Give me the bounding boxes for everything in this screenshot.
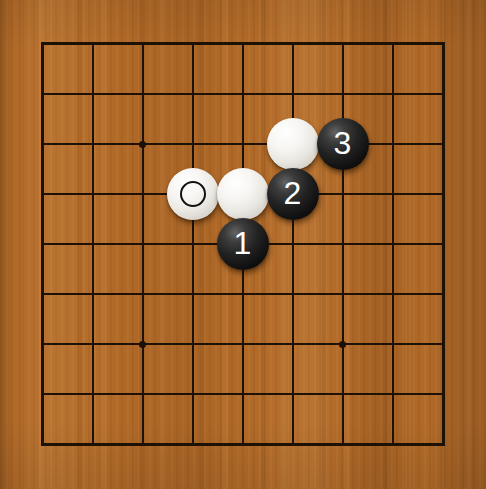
black-stone: 1	[217, 218, 269, 270]
star-point-dot	[339, 341, 346, 348]
board-point-F7	[268, 119, 318, 169]
star-point	[318, 319, 368, 369]
star-point-dot	[139, 341, 146, 348]
board-point-D6	[168, 169, 218, 219]
move-number-label: 3	[334, 127, 352, 161]
board-point-E6	[218, 169, 268, 219]
star-point-dot	[139, 141, 146, 148]
white-stone	[267, 118, 319, 170]
white-stone	[167, 168, 219, 220]
move-number-label: 1	[234, 227, 252, 261]
board-point-E5: 1	[218, 219, 268, 269]
black-stone: 2	[267, 168, 319, 220]
star-point	[118, 119, 168, 169]
white-stone	[217, 168, 269, 220]
board-point-G7: 3	[318, 119, 368, 169]
board-point-F6: 2	[268, 169, 318, 219]
move-number-label: 2	[284, 177, 302, 211]
go-board-intersections[interactable]: 321	[18, 19, 468, 469]
circle-marker-icon	[180, 181, 206, 207]
star-point	[118, 319, 168, 369]
black-stone: 3	[317, 118, 369, 170]
wood-table-background: 321	[0, 0, 486, 489]
